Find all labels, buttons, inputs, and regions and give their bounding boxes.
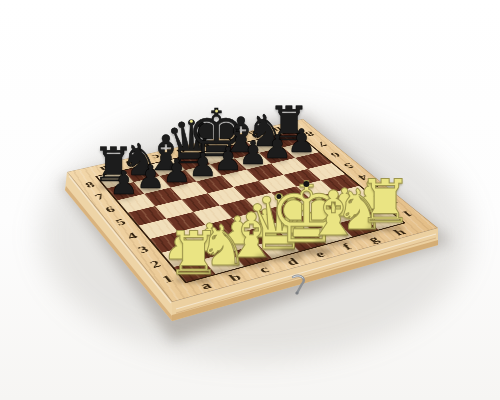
piece-yellow-rook-h1[interactable]: ♜ — [358, 171, 412, 231]
piece-black-pawn-h7[interactable]: ♟ — [287, 125, 316, 157]
chess-photo-stage: aabbccddeeffgghh1122334455667788 ♜♞♝♛♚♝♞… — [0, 0, 500, 400]
finial-e8 — [215, 109, 218, 112]
piece-black-pawn-b7[interactable]: ♟ — [136, 160, 165, 192]
rank-label-left-6: 6 — [103, 205, 117, 214]
rank-label-left-7: 7 — [93, 192, 107, 201]
rank-label-right-7: 7 — [315, 140, 329, 148]
rank-label-left-2: 2 — [147, 259, 162, 270]
rank-label-right-6: 6 — [328, 151, 342, 159]
rank-label-left-3: 3 — [136, 244, 151, 254]
rank-label-left-4: 4 — [124, 231, 139, 241]
piece-black-pawn-a7[interactable]: ♟ — [109, 167, 138, 199]
rank-label-left-5: 5 — [114, 217, 128, 226]
piece-black-pawn-c7[interactable]: ♟ — [162, 154, 191, 186]
rank-label-right-5: 5 — [342, 162, 357, 170]
